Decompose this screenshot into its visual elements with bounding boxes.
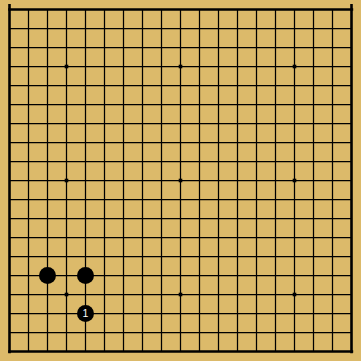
black-stone-e5[interactable]: [77, 267, 95, 285]
go-board[interactable]: 1: [0, 0, 361, 361]
black-stone-e3[interactable]: 1: [77, 305, 95, 323]
move-number-label: 1: [83, 308, 89, 319]
stones-layer: 1: [0, 0, 361, 361]
black-stone-c5[interactable]: [39, 267, 57, 285]
